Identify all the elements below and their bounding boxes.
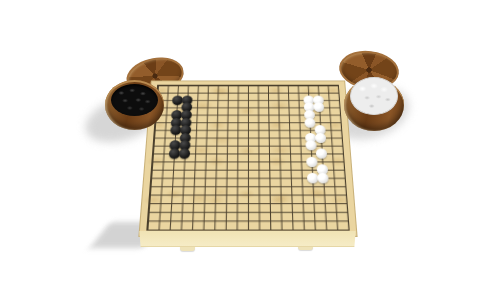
- white-stone[interactable]: [315, 133, 326, 143]
- white-stone[interactable]: [305, 141, 316, 151]
- black-stones-heap: [111, 84, 158, 116]
- go-grid[interactable]: [146, 85, 349, 231]
- white-stone[interactable]: [316, 148, 328, 158]
- white-stone-bowl: [344, 79, 404, 131]
- black-stone-bowl: [105, 80, 164, 130]
- board-front-face: [138, 231, 357, 247]
- black-stone[interactable]: [179, 148, 190, 158]
- white-stones-heap: [350, 77, 398, 115]
- white-stone[interactable]: [307, 173, 319, 184]
- goban: [145, 70, 351, 238]
- scene: [0, 0, 495, 300]
- white-stone[interactable]: [314, 103, 325, 112]
- board-top-face: [138, 81, 357, 237]
- white-stone[interactable]: [306, 156, 318, 166]
- white-stone[interactable]: [317, 173, 329, 184]
- white-stone[interactable]: [304, 118, 315, 128]
